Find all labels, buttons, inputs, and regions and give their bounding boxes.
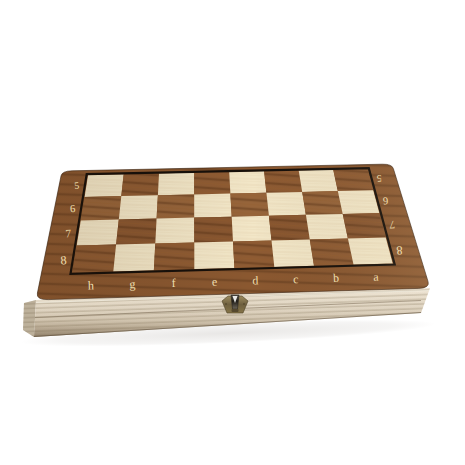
file-label-c: c xyxy=(293,272,299,286)
rank-label-right-5: 5 xyxy=(376,173,382,184)
rank-label-left-5: 5 xyxy=(74,180,80,191)
rank-label-right-8: 8 xyxy=(396,243,403,257)
file-label-g: g xyxy=(129,277,135,291)
rank-label-right-6: 6 xyxy=(382,195,388,206)
rank-label-right-7: 7 xyxy=(389,219,396,231)
file-label-e: e xyxy=(212,275,218,289)
file-label-b: b xyxy=(333,271,339,285)
rank-label-left-8: 8 xyxy=(60,253,67,267)
file-label-d: d xyxy=(252,273,258,287)
chess-box-svg: hgfedcba55667788 xyxy=(0,0,465,465)
product-photo: hgfedcba55667788 xyxy=(0,0,465,465)
file-label-h: h xyxy=(88,278,94,292)
board-top: hgfedcba55667788 xyxy=(37,164,428,299)
rank-label-left-6: 6 xyxy=(70,203,76,214)
clasp xyxy=(222,295,248,313)
file-label-f: f xyxy=(171,276,175,290)
rank-label-left-7: 7 xyxy=(65,227,72,239)
box-left-end xyxy=(23,300,36,337)
